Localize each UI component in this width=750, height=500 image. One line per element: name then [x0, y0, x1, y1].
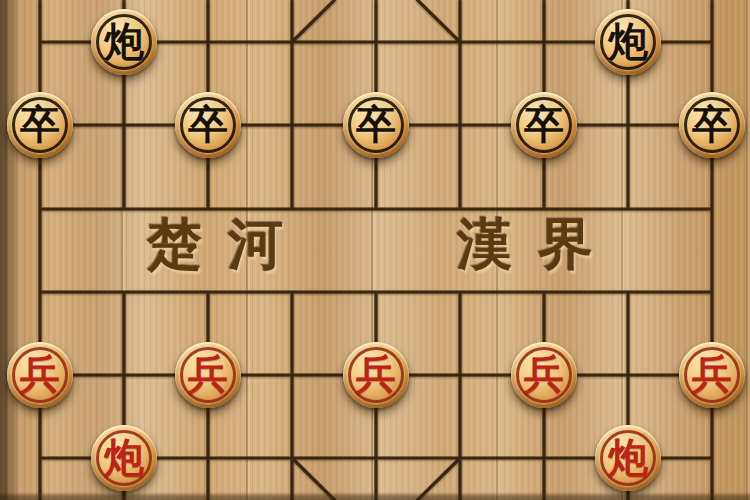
piece-black-soldier-f8[interactable]: 卒: [679, 92, 745, 158]
piece-red-soldier-f0[interactable]: 兵: [7, 342, 73, 408]
piece-black-cannon-f7[interactable]: 炮: [595, 9, 661, 75]
piece-glyph: 兵: [175, 342, 241, 408]
piece-glyph: 炮: [91, 425, 157, 491]
piece-glyph: 炮: [91, 9, 157, 75]
piece-glyph: 卒: [679, 92, 745, 158]
piece-black-soldier-f2[interactable]: 卒: [175, 92, 241, 158]
piece-red-soldier-f6[interactable]: 兵: [511, 342, 577, 408]
piece-glyph: 卒: [7, 92, 73, 158]
piece-glyph: 兵: [511, 342, 577, 408]
piece-black-soldier-f4[interactable]: 卒: [343, 92, 409, 158]
piece-glyph: 兵: [343, 342, 409, 408]
piece-red-cannon-f1[interactable]: 炮: [91, 425, 157, 491]
piece-glyph: 卒: [343, 92, 409, 158]
piece-glyph: 兵: [7, 342, 73, 408]
piece-glyph: 炮: [595, 9, 661, 75]
piece-black-soldier-f6[interactable]: 卒: [511, 92, 577, 158]
piece-glyph: 卒: [511, 92, 577, 158]
river-label-han-jie: 漢界: [457, 213, 619, 277]
piece-red-soldier-f4[interactable]: 兵: [343, 342, 409, 408]
piece-glyph: 炮: [595, 425, 661, 491]
piece-black-cannon-f1[interactable]: 炮: [91, 9, 157, 75]
piece-glyph: 兵: [679, 342, 745, 408]
river-label-chu-he: 楚河: [147, 213, 309, 277]
piece-red-cannon-f7[interactable]: 炮: [595, 425, 661, 491]
piece-red-soldier-f8[interactable]: 兵: [679, 342, 745, 408]
xiangqi-board: 楚河 漢界 炮炮卒卒卒卒卒兵兵兵兵炮兵炮: [0, 0, 750, 500]
piece-red-soldier-f2[interactable]: 兵: [175, 342, 241, 408]
piece-glyph: 卒: [175, 92, 241, 158]
piece-black-soldier-f0[interactable]: 卒: [7, 92, 73, 158]
